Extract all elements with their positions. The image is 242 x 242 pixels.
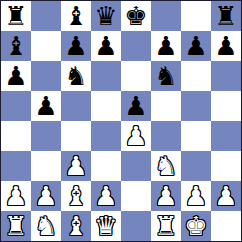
square-c3[interactable]: ♟ [61, 151, 91, 181]
square-c4[interactable] [61, 121, 91, 151]
piece-black-pawn[interactable]: ♟ [34, 91, 57, 121]
piece-black-pawn[interactable]: ♟ [124, 91, 147, 121]
piece-white-bishop[interactable]: ♝ [64, 181, 87, 211]
square-d5[interactable] [91, 91, 121, 121]
square-h3[interactable] [211, 151, 241, 181]
square-a1[interactable]: ♜ [1, 211, 31, 241]
piece-white-knight[interactable]: ♞ [154, 151, 177, 181]
piece-black-bishop[interactable]: ♝ [4, 31, 27, 61]
square-e6[interactable] [121, 61, 151, 91]
piece-white-bishop[interactable]: ♝ [64, 211, 87, 241]
piece-black-pawn[interactable]: ♟ [184, 31, 207, 61]
square-h5[interactable] [211, 91, 241, 121]
piece-black-knight[interactable]: ♞ [154, 61, 177, 91]
square-h4[interactable] [211, 121, 241, 151]
square-d2[interactable]: ♟ [91, 181, 121, 211]
square-c6[interactable]: ♞ [61, 61, 91, 91]
square-a6[interactable]: ♟ [1, 61, 31, 91]
square-b7[interactable] [31, 31, 61, 61]
piece-white-pawn[interactable]: ♟ [64, 151, 87, 181]
square-c7[interactable]: ♟ [61, 31, 91, 61]
square-d4[interactable] [91, 121, 121, 151]
square-d1[interactable]: ♛ [91, 211, 121, 241]
piece-white-pawn[interactable]: ♟ [34, 181, 57, 211]
chess-board: ♜♝♛♚♜♝♟♟♟♟♟♟♞♞♟♟♟♟♞♟♟♝♟♟♟♟♜♞♝♛♜♚ [0, 0, 242, 242]
square-f7[interactable]: ♟ [151, 31, 181, 61]
piece-black-pawn[interactable]: ♟ [94, 31, 117, 61]
square-g4[interactable] [181, 121, 211, 151]
square-f1[interactable]: ♜ [151, 211, 181, 241]
square-e8[interactable]: ♚ [121, 1, 151, 31]
square-c2[interactable]: ♝ [61, 181, 91, 211]
square-h8[interactable]: ♜ [211, 1, 241, 31]
square-d8[interactable]: ♛ [91, 1, 121, 31]
square-b5[interactable]: ♟ [31, 91, 61, 121]
square-h6[interactable] [211, 61, 241, 91]
square-f6[interactable]: ♞ [151, 61, 181, 91]
square-a7[interactable]: ♝ [1, 31, 31, 61]
square-d7[interactable]: ♟ [91, 31, 121, 61]
square-b4[interactable] [31, 121, 61, 151]
square-h1[interactable] [211, 211, 241, 241]
piece-black-pawn[interactable]: ♟ [214, 31, 237, 61]
square-c5[interactable] [61, 91, 91, 121]
square-a3[interactable] [1, 151, 31, 181]
square-a5[interactable] [1, 91, 31, 121]
piece-white-pawn[interactable]: ♟ [4, 181, 27, 211]
square-e4[interactable]: ♟ [121, 121, 151, 151]
square-g7[interactable]: ♟ [181, 31, 211, 61]
piece-black-pawn[interactable]: ♟ [4, 61, 27, 91]
square-c8[interactable]: ♝ [61, 1, 91, 31]
square-b8[interactable] [31, 1, 61, 31]
square-f3[interactable]: ♞ [151, 151, 181, 181]
piece-white-pawn[interactable]: ♟ [154, 181, 177, 211]
square-h2[interactable]: ♟ [211, 181, 241, 211]
square-f5[interactable] [151, 91, 181, 121]
square-f4[interactable] [151, 121, 181, 151]
piece-white-king[interactable]: ♚ [184, 211, 207, 241]
piece-black-bishop[interactable]: ♝ [64, 1, 87, 31]
square-b1[interactable]: ♞ [31, 211, 61, 241]
piece-black-queen[interactable]: ♛ [94, 1, 117, 31]
square-f2[interactable]: ♟ [151, 181, 181, 211]
square-d6[interactable] [91, 61, 121, 91]
square-e3[interactable] [121, 151, 151, 181]
square-e5[interactable]: ♟ [121, 91, 151, 121]
piece-white-knight[interactable]: ♞ [34, 211, 57, 241]
piece-black-pawn[interactable]: ♟ [154, 31, 177, 61]
piece-white-queen[interactable]: ♛ [94, 211, 117, 241]
square-a8[interactable]: ♜ [1, 1, 31, 31]
piece-black-king[interactable]: ♚ [124, 1, 147, 31]
piece-white-rook[interactable]: ♜ [154, 211, 177, 241]
piece-white-rook[interactable]: ♜ [4, 211, 27, 241]
piece-white-pawn[interactable]: ♟ [94, 181, 117, 211]
square-g5[interactable] [181, 91, 211, 121]
piece-black-knight[interactable]: ♞ [64, 61, 87, 91]
square-g3[interactable] [181, 151, 211, 181]
square-a4[interactable] [1, 121, 31, 151]
square-e1[interactable] [121, 211, 151, 241]
piece-black-pawn[interactable]: ♟ [64, 31, 87, 61]
square-a2[interactable]: ♟ [1, 181, 31, 211]
piece-white-pawn[interactable]: ♟ [214, 181, 237, 211]
piece-white-pawn[interactable]: ♟ [184, 181, 207, 211]
square-b3[interactable] [31, 151, 61, 181]
square-g8[interactable] [181, 1, 211, 31]
piece-black-rook[interactable]: ♜ [214, 1, 237, 31]
square-g2[interactable]: ♟ [181, 181, 211, 211]
square-h7[interactable]: ♟ [211, 31, 241, 61]
square-g6[interactable] [181, 61, 211, 91]
square-e7[interactable] [121, 31, 151, 61]
square-c1[interactable]: ♝ [61, 211, 91, 241]
piece-white-pawn[interactable]: ♟ [124, 121, 147, 151]
square-b2[interactable]: ♟ [31, 181, 61, 211]
square-f8[interactable] [151, 1, 181, 31]
square-g1[interactable]: ♚ [181, 211, 211, 241]
square-b6[interactable] [31, 61, 61, 91]
square-d3[interactable] [91, 151, 121, 181]
square-e2[interactable] [121, 181, 151, 211]
piece-black-rook[interactable]: ♜ [4, 1, 27, 31]
